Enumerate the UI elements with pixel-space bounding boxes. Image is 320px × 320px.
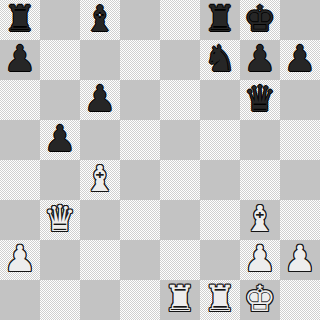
black-rook[interactable]: ♜ (4, 0, 36, 39)
square-e4[interactable] (160, 160, 200, 200)
square-c7[interactable] (80, 40, 120, 80)
square-f4[interactable] (200, 160, 240, 200)
square-b5[interactable]: ♟ (40, 120, 80, 160)
square-h5[interactable] (280, 120, 320, 160)
black-pawn[interactable]: ♟ (84, 79, 116, 119)
square-e1[interactable]: ♜ (160, 280, 200, 320)
square-h1[interactable] (280, 280, 320, 320)
black-pawn[interactable]: ♟ (284, 39, 316, 79)
square-e8[interactable] (160, 0, 200, 40)
black-king[interactable]: ♚ (244, 0, 276, 39)
white-rook[interactable]: ♜ (204, 279, 236, 319)
square-d7[interactable] (120, 40, 160, 80)
square-a7[interactable]: ♟ (0, 40, 40, 80)
square-b2[interactable] (40, 240, 80, 280)
square-f6[interactable] (200, 80, 240, 120)
square-c4[interactable]: ♝ (80, 160, 120, 200)
square-g3[interactable]: ♝ (240, 200, 280, 240)
square-c3[interactable] (80, 200, 120, 240)
square-f1[interactable]: ♜ (200, 280, 240, 320)
square-d6[interactable] (120, 80, 160, 120)
square-d5[interactable] (120, 120, 160, 160)
square-a3[interactable] (0, 200, 40, 240)
black-knight[interactable]: ♞ (204, 39, 236, 79)
square-h6[interactable] (280, 80, 320, 120)
square-b1[interactable] (40, 280, 80, 320)
square-f3[interactable] (200, 200, 240, 240)
square-b3[interactable]: ♛ (40, 200, 80, 240)
square-a4[interactable] (0, 160, 40, 200)
square-b8[interactable] (40, 0, 80, 40)
white-pawn[interactable]: ♟ (244, 239, 276, 279)
white-pawn[interactable]: ♟ (284, 239, 316, 279)
white-rook[interactable]: ♜ (164, 279, 196, 319)
square-c6[interactable]: ♟ (80, 80, 120, 120)
square-e3[interactable] (160, 200, 200, 240)
square-e6[interactable] (160, 80, 200, 120)
square-d2[interactable] (120, 240, 160, 280)
square-a1[interactable] (0, 280, 40, 320)
square-e7[interactable] (160, 40, 200, 80)
square-h8[interactable] (280, 0, 320, 40)
square-f2[interactable] (200, 240, 240, 280)
square-a6[interactable] (0, 80, 40, 120)
square-g1[interactable]: ♚ (240, 280, 280, 320)
square-g2[interactable]: ♟ (240, 240, 280, 280)
square-b7[interactable] (40, 40, 80, 80)
square-f8[interactable]: ♜ (200, 0, 240, 40)
black-pawn[interactable]: ♟ (44, 119, 76, 159)
square-b4[interactable] (40, 160, 80, 200)
black-queen[interactable]: ♛ (244, 79, 276, 119)
square-a2[interactable]: ♟ (0, 240, 40, 280)
square-a8[interactable]: ♜ (0, 0, 40, 40)
chess-board: ♜♝♜♚♟♞♟♟♟♛♟♝♛♝♟♟♟♜♜♚ (0, 0, 320, 320)
black-rook[interactable]: ♜ (204, 0, 236, 39)
white-bishop[interactable]: ♝ (244, 199, 276, 239)
square-g6[interactable]: ♛ (240, 80, 280, 120)
square-g5[interactable] (240, 120, 280, 160)
square-h3[interactable] (280, 200, 320, 240)
square-e5[interactable] (160, 120, 200, 160)
square-d8[interactable] (120, 0, 160, 40)
square-h2[interactable]: ♟ (280, 240, 320, 280)
square-g8[interactable]: ♚ (240, 0, 280, 40)
black-bishop[interactable]: ♝ (84, 0, 116, 39)
square-g4[interactable] (240, 160, 280, 200)
white-pawn[interactable]: ♟ (4, 239, 36, 279)
square-e2[interactable] (160, 240, 200, 280)
square-c1[interactable] (80, 280, 120, 320)
square-c5[interactable] (80, 120, 120, 160)
black-pawn[interactable]: ♟ (244, 39, 276, 79)
square-f7[interactable]: ♞ (200, 40, 240, 80)
square-c8[interactable]: ♝ (80, 0, 120, 40)
white-queen[interactable]: ♛ (44, 199, 76, 239)
square-a5[interactable] (0, 120, 40, 160)
square-d3[interactable] (120, 200, 160, 240)
square-h7[interactable]: ♟ (280, 40, 320, 80)
square-d1[interactable] (120, 280, 160, 320)
square-d4[interactable] (120, 160, 160, 200)
white-bishop[interactable]: ♝ (84, 159, 116, 199)
square-c2[interactable] (80, 240, 120, 280)
square-f5[interactable] (200, 120, 240, 160)
black-pawn[interactable]: ♟ (4, 39, 36, 79)
white-king[interactable]: ♚ (244, 279, 276, 319)
square-h4[interactable] (280, 160, 320, 200)
square-g7[interactable]: ♟ (240, 40, 280, 80)
square-b6[interactable] (40, 80, 80, 120)
